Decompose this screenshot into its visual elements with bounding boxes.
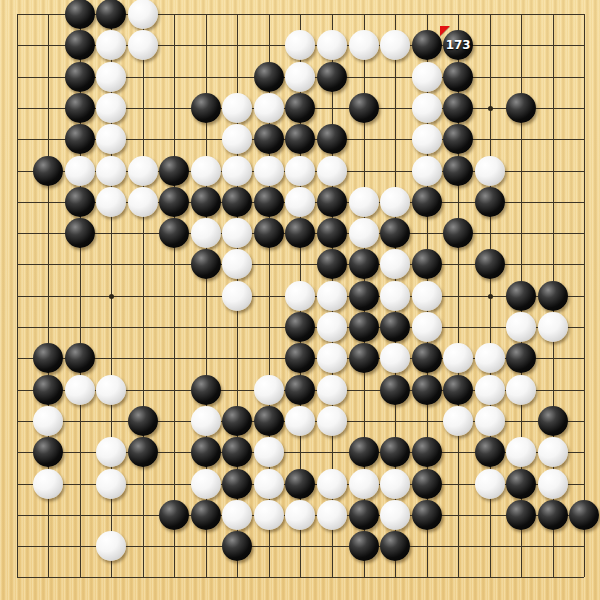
white-stone	[349, 30, 379, 60]
black-stone	[349, 93, 379, 123]
white-stone	[380, 469, 410, 499]
black-stone	[349, 500, 379, 530]
black-stone	[412, 469, 442, 499]
black-stone	[569, 500, 599, 530]
white-stone	[317, 312, 347, 342]
black-stone	[65, 62, 95, 92]
black-stone	[33, 437, 63, 467]
white-stone	[412, 62, 442, 92]
black-stone	[254, 187, 284, 217]
go-board[interactable]: 173	[0, 0, 600, 600]
white-stone	[380, 281, 410, 311]
black-stone	[191, 500, 221, 530]
black-stone	[65, 218, 95, 248]
white-stone	[475, 406, 505, 436]
black-stone	[380, 375, 410, 405]
white-stone	[412, 93, 442, 123]
black-stone	[349, 249, 379, 279]
black-stone	[159, 156, 189, 186]
grid-line-vertical	[584, 14, 585, 577]
star-point	[109, 294, 114, 299]
white-stone	[285, 62, 315, 92]
white-stone	[65, 375, 95, 405]
white-stone	[65, 156, 95, 186]
black-stone	[317, 249, 347, 279]
white-stone	[33, 406, 63, 436]
black-stone	[349, 281, 379, 311]
black-stone	[159, 500, 189, 530]
white-stone	[412, 312, 442, 342]
white-stone	[254, 156, 284, 186]
white-stone	[96, 30, 126, 60]
black-stone	[222, 531, 252, 561]
black-stone	[285, 218, 315, 248]
white-stone	[538, 437, 568, 467]
white-stone	[96, 437, 126, 467]
black-stone	[506, 500, 536, 530]
white-stone	[254, 93, 284, 123]
white-stone	[538, 312, 568, 342]
white-stone	[506, 375, 536, 405]
black-stone	[506, 343, 536, 373]
white-stone	[538, 469, 568, 499]
white-stone	[317, 30, 347, 60]
black-stone	[96, 0, 126, 29]
black-stone	[443, 93, 473, 123]
black-stone	[191, 249, 221, 279]
white-stone	[317, 375, 347, 405]
star-point	[488, 106, 493, 111]
white-stone	[380, 187, 410, 217]
black-stone	[443, 218, 473, 248]
black-stone	[380, 531, 410, 561]
white-stone	[317, 500, 347, 530]
white-stone	[380, 500, 410, 530]
white-stone	[96, 124, 126, 154]
black-stone	[443, 156, 473, 186]
black-stone	[349, 343, 379, 373]
black-stone	[222, 406, 252, 436]
black-stone	[349, 312, 379, 342]
black-stone	[191, 93, 221, 123]
black-stone	[65, 30, 95, 60]
white-stone	[380, 30, 410, 60]
white-stone	[96, 375, 126, 405]
black-stone	[412, 187, 442, 217]
white-stone	[412, 281, 442, 311]
white-stone	[191, 469, 221, 499]
black-stone	[191, 187, 221, 217]
white-stone	[222, 156, 252, 186]
white-stone	[254, 437, 284, 467]
white-stone	[475, 375, 505, 405]
white-stone	[191, 218, 221, 248]
black-stone	[254, 218, 284, 248]
white-stone	[349, 187, 379, 217]
black-stone	[317, 62, 347, 92]
black-stone	[65, 187, 95, 217]
black-stone	[191, 375, 221, 405]
white-stone	[285, 187, 315, 217]
black-stone	[317, 187, 347, 217]
black-stone	[254, 124, 284, 154]
white-stone	[285, 500, 315, 530]
last-move-marker-icon	[440, 26, 450, 36]
white-stone	[191, 156, 221, 186]
black-stone	[412, 500, 442, 530]
black-stone	[412, 30, 442, 60]
black-stone	[285, 93, 315, 123]
white-stone	[317, 343, 347, 373]
black-stone	[285, 343, 315, 373]
black-stone	[222, 187, 252, 217]
white-stone	[380, 343, 410, 373]
white-stone	[285, 156, 315, 186]
black-stone	[380, 218, 410, 248]
white-stone	[254, 375, 284, 405]
white-stone	[191, 406, 221, 436]
white-stone	[412, 156, 442, 186]
black-stone	[33, 156, 63, 186]
black-stone	[222, 469, 252, 499]
white-stone	[222, 281, 252, 311]
black-stone	[412, 249, 442, 279]
black-stone	[317, 124, 347, 154]
white-stone	[96, 187, 126, 217]
white-stone	[317, 156, 347, 186]
black-stone	[159, 218, 189, 248]
black-stone	[285, 375, 315, 405]
white-stone	[349, 218, 379, 248]
white-stone	[443, 406, 473, 436]
black-stone	[538, 281, 568, 311]
black-stone	[33, 343, 63, 373]
black-stone	[506, 281, 536, 311]
white-stone	[285, 281, 315, 311]
black-stone	[349, 437, 379, 467]
black-stone	[349, 531, 379, 561]
black-stone	[475, 249, 505, 279]
black-stone	[33, 375, 63, 405]
black-stone	[380, 312, 410, 342]
black-stone	[159, 187, 189, 217]
white-stone	[506, 312, 536, 342]
white-stone	[222, 249, 252, 279]
white-stone	[475, 469, 505, 499]
white-stone	[96, 62, 126, 92]
black-stone	[65, 343, 95, 373]
white-stone	[317, 406, 347, 436]
black-stone	[506, 93, 536, 123]
white-stone	[96, 469, 126, 499]
white-stone	[128, 30, 158, 60]
black-stone	[285, 469, 315, 499]
last-move-stone: 173	[443, 30, 473, 60]
black-stone	[412, 437, 442, 467]
black-stone	[412, 375, 442, 405]
black-stone	[475, 437, 505, 467]
black-stone	[285, 312, 315, 342]
white-stone	[254, 469, 284, 499]
white-stone	[317, 469, 347, 499]
white-stone	[475, 156, 505, 186]
black-stone	[443, 62, 473, 92]
white-stone	[349, 469, 379, 499]
black-stone	[65, 93, 95, 123]
white-stone	[317, 281, 347, 311]
white-stone	[128, 187, 158, 217]
white-stone	[412, 124, 442, 154]
white-stone	[506, 437, 536, 467]
white-stone	[380, 249, 410, 279]
black-stone	[128, 437, 158, 467]
white-stone	[254, 500, 284, 530]
white-stone	[33, 469, 63, 499]
white-stone	[96, 93, 126, 123]
white-stone	[96, 156, 126, 186]
white-stone	[475, 343, 505, 373]
black-stone	[538, 406, 568, 436]
black-stone	[412, 343, 442, 373]
black-stone	[222, 437, 252, 467]
black-stone	[285, 124, 315, 154]
black-stone	[475, 187, 505, 217]
white-stone	[222, 500, 252, 530]
black-stone	[380, 437, 410, 467]
black-stone	[254, 62, 284, 92]
white-stone	[222, 93, 252, 123]
white-stone	[128, 156, 158, 186]
black-stone	[191, 437, 221, 467]
black-stone	[317, 218, 347, 248]
black-stone	[128, 406, 158, 436]
white-stone	[222, 124, 252, 154]
grid-line-horizontal	[17, 577, 585, 578]
black-stone	[65, 0, 95, 29]
white-stone	[222, 218, 252, 248]
black-stone	[506, 469, 536, 499]
black-stone	[538, 500, 568, 530]
star-point	[488, 294, 493, 299]
white-stone	[285, 30, 315, 60]
white-stone	[96, 531, 126, 561]
white-stone	[285, 406, 315, 436]
black-stone	[254, 406, 284, 436]
white-stone	[128, 0, 158, 29]
black-stone	[443, 124, 473, 154]
white-stone	[443, 343, 473, 373]
black-stone	[65, 124, 95, 154]
black-stone	[443, 375, 473, 405]
